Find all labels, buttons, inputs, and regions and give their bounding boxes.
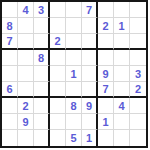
cell-r9c7[interactable] (98, 130, 114, 146)
cell-r8c8[interactable] (114, 114, 130, 130)
cell-r7c9[interactable] (130, 98, 146, 114)
cell-r4c9[interactable] (130, 50, 146, 66)
cell-r5c3[interactable] (34, 66, 50, 82)
cell-r6c7[interactable]: 7 (98, 82, 114, 98)
cell-r3c4[interactable]: 2 (50, 34, 66, 50)
cell-r1c8[interactable] (114, 2, 130, 18)
cell-r5c2[interactable] (18, 66, 34, 82)
cell-r2c3[interactable] (34, 18, 50, 34)
cell-r1c6[interactable]: 7 (82, 2, 98, 18)
cell-r3c2[interactable] (18, 34, 34, 50)
cell-r8c6[interactable] (82, 114, 98, 130)
cell-r2c8[interactable]: 1 (114, 18, 130, 34)
sudoku-puzzle: 43782172819367228949151 (0, 0, 150, 150)
cell-r1c9[interactable] (130, 2, 146, 18)
cell-r7c3[interactable] (34, 98, 50, 114)
cell-r4c8[interactable] (114, 50, 130, 66)
cell-r7c6[interactable]: 9 (82, 98, 98, 114)
cell-r1c7[interactable] (98, 2, 114, 18)
cell-r2c9[interactable] (130, 18, 146, 34)
cell-r2c4[interactable] (50, 18, 66, 34)
cell-r4c2[interactable] (18, 50, 34, 66)
cell-r6c8[interactable] (114, 82, 130, 98)
cell-r6c9[interactable]: 2 (130, 82, 146, 98)
cell-r5c6[interactable] (82, 66, 98, 82)
cell-r8c2[interactable]: 9 (18, 114, 34, 130)
cell-r5c1[interactable] (2, 66, 18, 82)
cell-r3c1[interactable]: 7 (2, 34, 18, 50)
cell-r7c1[interactable] (2, 98, 18, 114)
cell-r5c5[interactable]: 1 (66, 66, 82, 82)
sudoku-board: 43782172819367228949151 (0, 0, 148, 148)
cell-r6c3[interactable] (34, 82, 50, 98)
cell-r8c4[interactable] (50, 114, 66, 130)
cell-r4c5[interactable] (66, 50, 82, 66)
cell-r8c9[interactable] (130, 114, 146, 130)
cell-r9c1[interactable] (2, 130, 18, 146)
cell-r7c7[interactable] (98, 98, 114, 114)
cell-r4c4[interactable] (50, 50, 66, 66)
cell-r9c3[interactable] (34, 130, 50, 146)
cell-r1c5[interactable] (66, 2, 82, 18)
cell-r3c6[interactable] (82, 34, 98, 50)
cell-r1c1[interactable] (2, 2, 18, 18)
cell-r1c3[interactable]: 3 (34, 2, 50, 18)
cell-r6c6[interactable] (82, 82, 98, 98)
cell-r4c3[interactable]: 8 (34, 50, 50, 66)
cell-r9c4[interactable] (50, 130, 66, 146)
cell-r8c1[interactable] (2, 114, 18, 130)
cell-r4c6[interactable] (82, 50, 98, 66)
cell-r2c6[interactable] (82, 18, 98, 34)
cell-r2c2[interactable] (18, 18, 34, 34)
cell-r6c2[interactable] (18, 82, 34, 98)
cell-r9c2[interactable] (18, 130, 34, 146)
cell-r7c2[interactable]: 2 (18, 98, 34, 114)
cell-r6c5[interactable] (66, 82, 82, 98)
cell-r7c5[interactable]: 8 (66, 98, 82, 114)
cell-r2c7[interactable]: 2 (98, 18, 114, 34)
cell-r3c9[interactable] (130, 34, 146, 50)
cell-r3c8[interactable] (114, 34, 130, 50)
cell-r8c7[interactable]: 1 (98, 114, 114, 130)
cell-r2c5[interactable] (66, 18, 82, 34)
cell-r6c4[interactable] (50, 82, 66, 98)
cell-r1c4[interactable] (50, 2, 66, 18)
cell-r9c6[interactable]: 1 (82, 130, 98, 146)
cell-r4c1[interactable] (2, 50, 18, 66)
cell-r3c3[interactable] (34, 34, 50, 50)
cell-r5c8[interactable] (114, 66, 130, 82)
cell-r8c3[interactable] (34, 114, 50, 130)
cell-r5c4[interactable] (50, 66, 66, 82)
cell-r2c1[interactable]: 8 (2, 18, 18, 34)
cell-r4c7[interactable] (98, 50, 114, 66)
cell-r7c4[interactable] (50, 98, 66, 114)
cell-r8c5[interactable] (66, 114, 82, 130)
cell-r3c7[interactable] (98, 34, 114, 50)
cell-r9c9[interactable] (130, 130, 146, 146)
cell-r6c1[interactable]: 6 (2, 82, 18, 98)
cell-r1c2[interactable]: 4 (18, 2, 34, 18)
cell-r3c5[interactable] (66, 34, 82, 50)
cell-r9c5[interactable]: 5 (66, 130, 82, 146)
cell-r7c8[interactable]: 4 (114, 98, 130, 114)
cell-r9c8[interactable] (114, 130, 130, 146)
cell-r5c9[interactable]: 3 (130, 66, 146, 82)
cell-r5c7[interactable]: 9 (98, 66, 114, 82)
